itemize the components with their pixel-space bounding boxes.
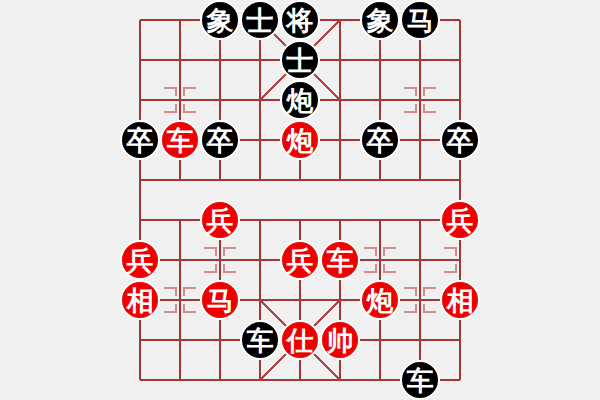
board-point-c3-r2[interactable]: [240, 80, 280, 120]
board-point-c4-r0[interactable]: 将: [280, 0, 320, 40]
board-point-c7-r2[interactable]: [400, 80, 440, 120]
piece-black-chariot[interactable]: 车: [240, 320, 280, 360]
piece-red-elephant[interactable]: 相: [440, 280, 480, 320]
piece-black-horse[interactable]: 马: [400, 0, 440, 40]
board-point-c7-r7[interactable]: [400, 280, 440, 320]
board-point-c7-r9[interactable]: 车: [400, 360, 440, 400]
board-point-c6-r6[interactable]: [360, 240, 400, 280]
board-point-c3-r5[interactable]: [240, 200, 280, 240]
piece-red-pawn[interactable]: 兵: [200, 200, 240, 240]
board-point-c7-r8[interactable]: [400, 320, 440, 360]
board-point-c2-r2[interactable]: [200, 80, 240, 120]
piece-black-pawn[interactable]: 卒: [360, 120, 400, 160]
board-point-c1-r1[interactable]: [160, 40, 200, 80]
board-point-c6-r4[interactable]: [360, 160, 400, 200]
board-point-c4-r9[interactable]: [280, 360, 320, 400]
board-point-c8-r4[interactable]: [440, 160, 480, 200]
board-point-c1-r6[interactable]: [160, 240, 200, 280]
piece-red-general[interactable]: 帅: [320, 320, 360, 360]
board-point-c3-r3[interactable]: [240, 120, 280, 160]
board-point-c4-r3[interactable]: 炮: [280, 120, 320, 160]
board-point-c2-r7[interactable]: 马: [200, 280, 240, 320]
board-point-c6-r9[interactable]: [360, 360, 400, 400]
board-point-c8-r2[interactable]: [440, 80, 480, 120]
board-point-c1-r5[interactable]: [160, 200, 200, 240]
piece-red-advisor[interactable]: 仕: [280, 320, 320, 360]
board-point-c6-r3[interactable]: 卒: [360, 120, 400, 160]
board-point-c7-r3[interactable]: [400, 120, 440, 160]
board-point-c8-r3[interactable]: 卒: [440, 120, 480, 160]
board-point-c4-r5[interactable]: [280, 200, 320, 240]
board-point-c0-r2[interactable]: [120, 80, 160, 120]
board-point-c4-r7[interactable]: [280, 280, 320, 320]
piece-red-cannon[interactable]: 炮: [360, 280, 400, 320]
board-point-c5-r9[interactable]: [320, 360, 360, 400]
board-point-c5-r5[interactable]: [320, 200, 360, 240]
board-point-c8-r6[interactable]: [440, 240, 480, 280]
board-points-grid: 象士将象马士炮卒车卒炮卒卒兵兵兵兵车相马炮相车仕帅车: [120, 0, 480, 400]
piece-black-pawn[interactable]: 卒: [120, 120, 160, 160]
board-point-c5-r4[interactable]: [320, 160, 360, 200]
piece-red-horse[interactable]: 马: [200, 280, 240, 320]
board-point-c4-r8[interactable]: 仕: [280, 320, 320, 360]
board-point-c1-r2[interactable]: [160, 80, 200, 120]
board-point-c2-r0[interactable]: 象: [200, 0, 240, 40]
piece-red-chariot[interactable]: 车: [320, 240, 360, 280]
board-point-c5-r1[interactable]: [320, 40, 360, 80]
board-point-c4-r6[interactable]: 兵: [280, 240, 320, 280]
board-point-c6-r5[interactable]: [360, 200, 400, 240]
piece-black-advisor[interactable]: 士: [280, 40, 320, 80]
board-point-c5-r7[interactable]: [320, 280, 360, 320]
board-point-c4-r4[interactable]: [280, 160, 320, 200]
board-point-c2-r3[interactable]: 卒: [200, 120, 240, 160]
board-point-c0-r3[interactable]: 卒: [120, 120, 160, 160]
board-point-c7-r5[interactable]: [400, 200, 440, 240]
piece-red-chariot[interactable]: 车: [160, 120, 200, 160]
board-point-c8-r5[interactable]: 兵: [440, 200, 480, 240]
board-point-c3-r6[interactable]: [240, 240, 280, 280]
board-point-c0-r1[interactable]: [120, 40, 160, 80]
board-point-c5-r8[interactable]: 帅: [320, 320, 360, 360]
piece-red-pawn[interactable]: 兵: [120, 240, 160, 280]
board-point-c2-r9[interactable]: [200, 360, 240, 400]
piece-black-pawn[interactable]: 卒: [440, 120, 480, 160]
board-point-c0-r8[interactable]: [120, 320, 160, 360]
board-point-c2-r6[interactable]: [200, 240, 240, 280]
board-point-c6-r2[interactable]: [360, 80, 400, 120]
board-point-c6-r0[interactable]: 象: [360, 0, 400, 40]
piece-black-elephant[interactable]: 象: [200, 0, 240, 40]
board-point-c3-r4[interactable]: [240, 160, 280, 200]
piece-red-pawn[interactable]: 兵: [440, 200, 480, 240]
piece-black-pawn[interactable]: 卒: [200, 120, 240, 160]
board-point-c8-r0[interactable]: [440, 0, 480, 40]
board-point-c7-r0[interactable]: 马: [400, 0, 440, 40]
board-point-c1-r7[interactable]: [160, 280, 200, 320]
board-point-c8-r1[interactable]: [440, 40, 480, 80]
board-point-c1-r0[interactable]: [160, 0, 200, 40]
board-point-c8-r9[interactable]: [440, 360, 480, 400]
xiangqi-board: 象士将象马士炮卒车卒炮卒卒兵兵兵兵车相马炮相车仕帅车: [0, 0, 600, 400]
board-point-c3-r9[interactable]: [240, 360, 280, 400]
piece-red-elephant[interactable]: 相: [120, 280, 160, 320]
piece-red-pawn[interactable]: 兵: [280, 240, 320, 280]
board-point-c5-r2[interactable]: [320, 80, 360, 120]
board-point-c7-r6[interactable]: [400, 240, 440, 280]
board-point-c4-r1[interactable]: 士: [280, 40, 320, 80]
board-point-c2-r5[interactable]: 兵: [200, 200, 240, 240]
board-point-c1-r8[interactable]: [160, 320, 200, 360]
board-point-c2-r1[interactable]: [200, 40, 240, 80]
board-point-c0-r4[interactable]: [120, 160, 160, 200]
board-point-c0-r9[interactable]: [120, 360, 160, 400]
board-point-c5-r0[interactable]: [320, 0, 360, 40]
board-point-c5-r6[interactable]: 车: [320, 240, 360, 280]
board-point-c1-r4[interactable]: [160, 160, 200, 200]
board-point-c8-r8[interactable]: [440, 320, 480, 360]
board-point-c3-r0[interactable]: 士: [240, 0, 280, 40]
board-point-c3-r8[interactable]: 车: [240, 320, 280, 360]
piece-black-chariot[interactable]: 车: [400, 360, 440, 400]
board-point-c1-r9[interactable]: [160, 360, 200, 400]
board-point-c8-r7[interactable]: 相: [440, 280, 480, 320]
board-point-c7-r1[interactable]: [400, 40, 440, 80]
board-point-c2-r4[interactable]: [200, 160, 240, 200]
board-point-c1-r3[interactable]: 车: [160, 120, 200, 160]
board-point-c6-r8[interactable]: [360, 320, 400, 360]
piece-black-general[interactable]: 将: [280, 0, 320, 40]
piece-black-elephant[interactable]: 象: [360, 0, 400, 40]
board-point-c2-r8[interactable]: [200, 320, 240, 360]
board-point-c5-r3[interactable]: [320, 120, 360, 160]
board-point-c6-r7[interactable]: 炮: [360, 280, 400, 320]
board-point-c0-r7[interactable]: 相: [120, 280, 160, 320]
board-point-c0-r5[interactable]: [120, 200, 160, 240]
board-point-c3-r7[interactable]: [240, 280, 280, 320]
board-point-c0-r0[interactable]: [120, 0, 160, 40]
board-point-c7-r4[interactable]: [400, 160, 440, 200]
board-point-c3-r1[interactable]: [240, 40, 280, 80]
piece-black-cannon[interactable]: 炮: [280, 80, 320, 120]
board-point-c4-r2[interactable]: 炮: [280, 80, 320, 120]
piece-black-advisor[interactable]: 士: [240, 0, 280, 40]
board-point-c0-r6[interactable]: 兵: [120, 240, 160, 280]
piece-red-cannon[interactable]: 炮: [280, 120, 320, 160]
board-point-c6-r1[interactable]: [360, 40, 400, 80]
